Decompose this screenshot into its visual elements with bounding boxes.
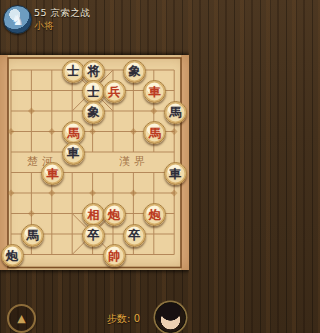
piece-black-車[interactable]: 車 [62, 142, 85, 165]
xiangqi-board[interactable]: 楚河 漢界 士将象士兵車象馬馬馬車車車相炮炮馬卒卒炮帥 [0, 55, 189, 270]
piece-red-炮[interactable]: 炮 [103, 203, 126, 226]
piece-red-兵[interactable]: 兵 [103, 80, 126, 103]
piece-glyph: 車 [149, 85, 161, 97]
piece-glyph: 将 [88, 65, 100, 77]
game-screen: { "game": "xiangqi", "header": { "level_… [0, 0, 189, 333]
move-counter: 步数: 0 [107, 312, 140, 326]
top-bar: ♞ 55 京索之战 小将 [0, 0, 189, 55]
level-title: 55 京索之战 [34, 7, 91, 20]
piece-glyph: 士 [88, 85, 100, 97]
piece-glyph: 馬 [26, 229, 38, 241]
piece-glyph: 炮 [149, 208, 161, 220]
piece-glyph: 馬 [67, 126, 79, 138]
player-avatar[interactable] [155, 302, 186, 333]
move-counter-value: 0 [134, 313, 140, 324]
knight-avatar-icon[interactable]: ♞ [3, 5, 32, 34]
move-counter-label: 步数: [107, 313, 130, 324]
chevron-up-icon: ▲ [17, 313, 25, 324]
piece-glyph: 馬 [169, 106, 181, 118]
piece-glyph: 馬 [149, 126, 161, 138]
expand-button[interactable]: ▲ [7, 304, 36, 333]
piece-glyph: 炮 [108, 208, 120, 220]
piece-glyph: 象 [128, 65, 140, 77]
piece-glyph: 帥 [108, 249, 120, 261]
piece-glyph: 士 [67, 65, 79, 77]
piece-glyph: 象 [88, 106, 100, 118]
rank-label: 小将 [34, 20, 54, 33]
piece-black-炮[interactable]: 炮 [1, 244, 24, 267]
piece-black-士[interactable]: 士 [82, 80, 105, 103]
piece-glyph: 兵 [108, 85, 120, 97]
piece-black-卒[interactable]: 卒 [123, 224, 146, 247]
piece-glyph: 相 [88, 208, 100, 220]
piece-black-馬[interactable]: 馬 [164, 101, 187, 124]
piece-black-象[interactable]: 象 [82, 101, 105, 124]
piece-black-象[interactable]: 象 [123, 60, 146, 83]
piece-glyph: 車 [169, 167, 181, 179]
piece-black-馬[interactable]: 馬 [21, 224, 44, 247]
piece-glyph: 卒 [88, 229, 100, 241]
piece-glyph: 車 [47, 167, 59, 179]
piece-glyph: 卒 [128, 229, 140, 241]
knight-icon: ♞ [11, 13, 24, 27]
piece-black-卒[interactable]: 卒 [82, 224, 105, 247]
piece-glyph: 炮 [6, 249, 18, 261]
piece-black-車[interactable]: 車 [164, 162, 187, 185]
piece-red-帥[interactable]: 帥 [103, 244, 126, 267]
piece-red-相[interactable]: 相 [82, 203, 105, 226]
piece-glyph: 車 [67, 147, 79, 159]
piece-red-馬[interactable]: 馬 [62, 121, 85, 144]
river-label-han: 漢界 [119, 154, 149, 169]
